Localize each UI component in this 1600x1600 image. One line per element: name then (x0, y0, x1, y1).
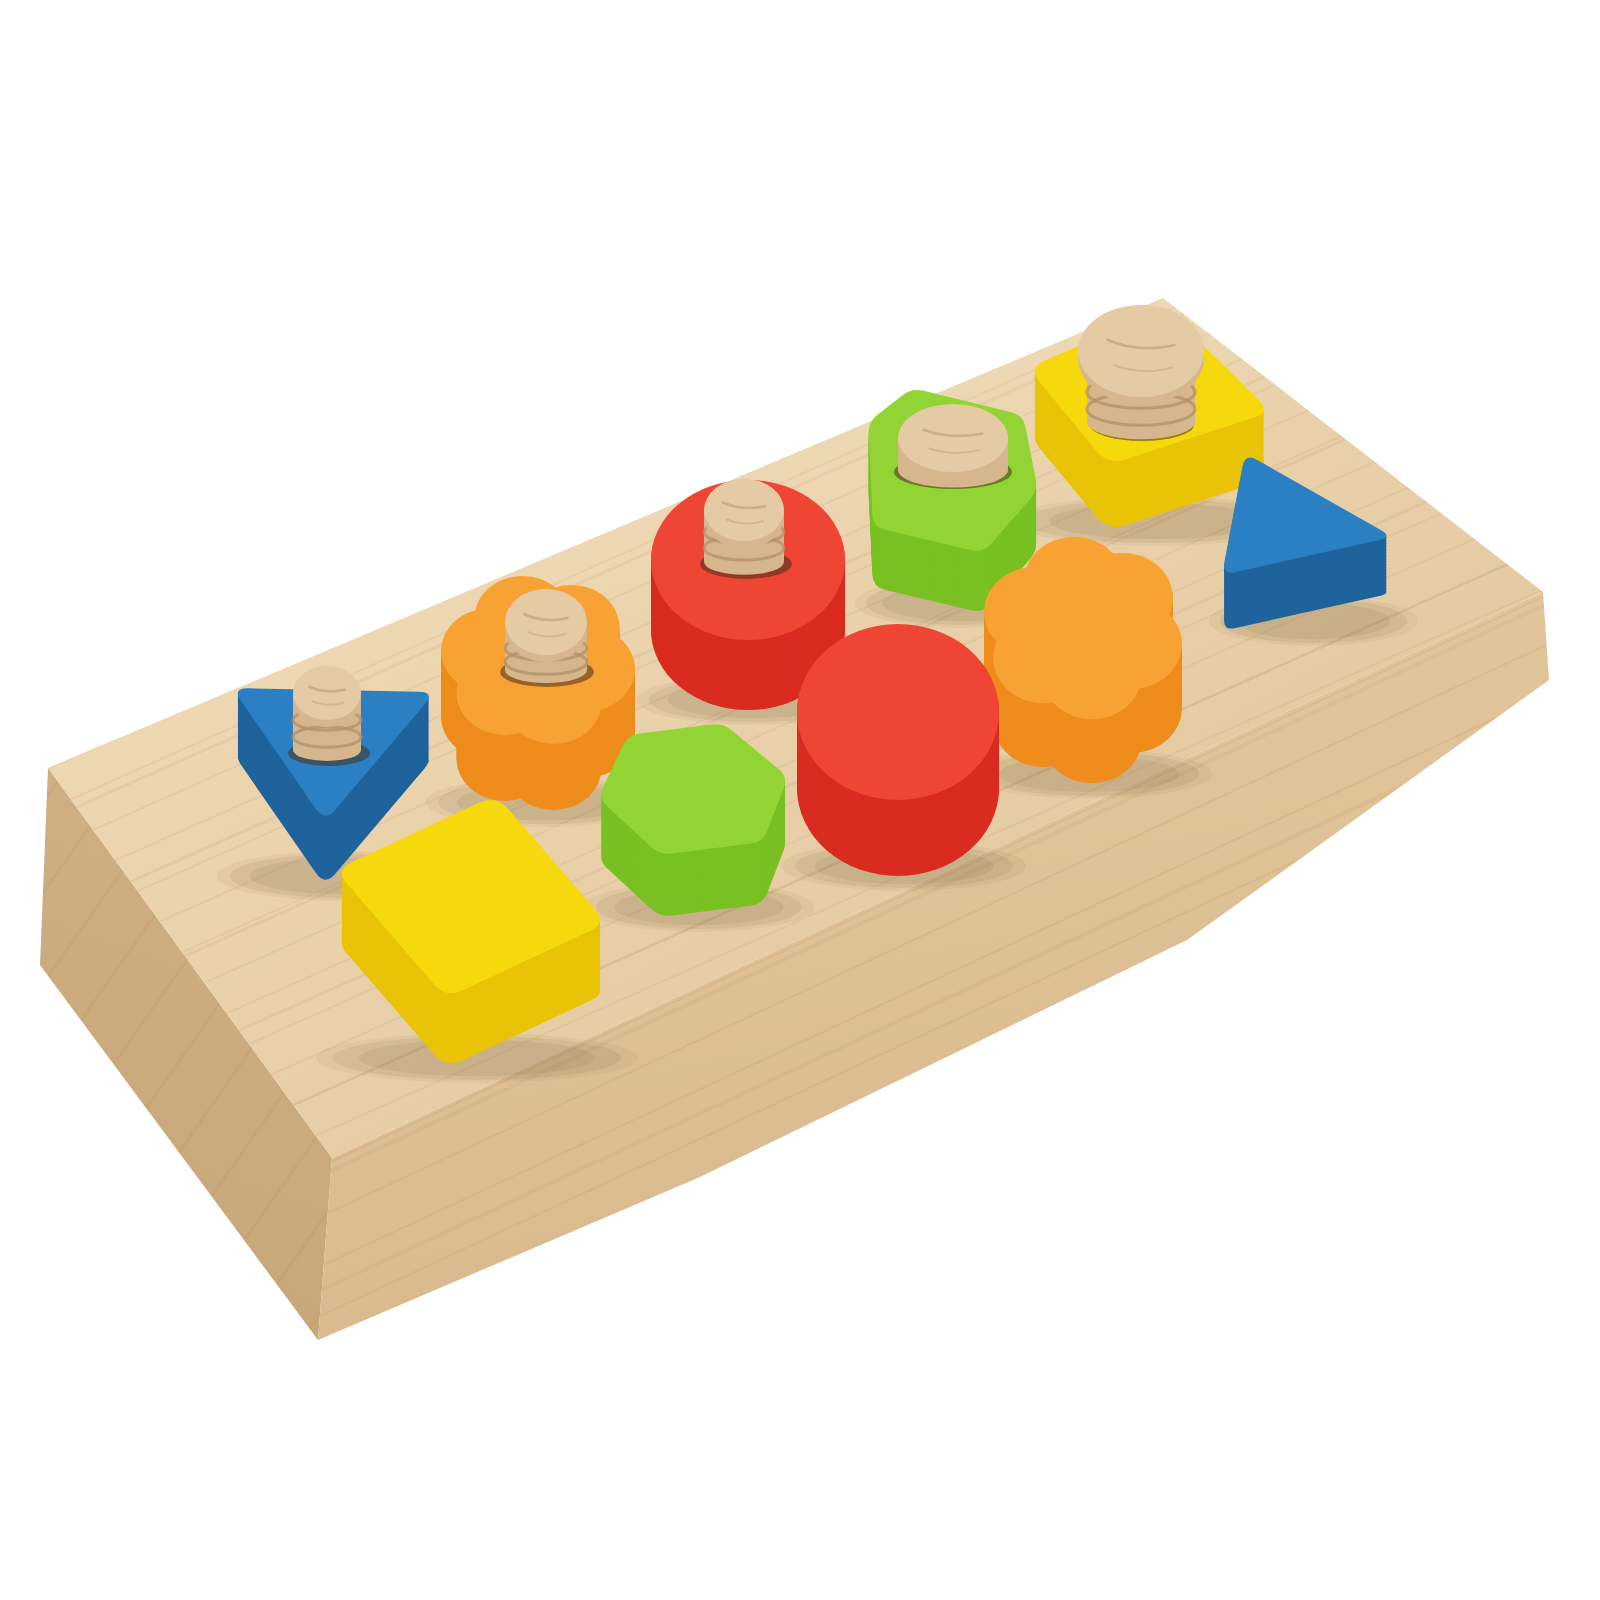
scene (0, 0, 1600, 1600)
piece-yellow-square[interactable] (316, 800, 639, 1083)
piece-blue-triangle[interactable] (1209, 458, 1418, 646)
pieces-layer (0, 0, 1600, 1600)
